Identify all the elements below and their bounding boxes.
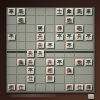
piece-tile[interactable]: 炮	[75, 59, 83, 66]
board-cell[interactable]	[84, 25, 94, 33]
board-cell[interactable]: 炮	[75, 58, 85, 66]
piece-tile[interactable]: 砲	[75, 25, 83, 32]
board-cell[interactable]: 車	[7, 8, 17, 16]
board-cell[interactable]: 兵	[75, 33, 85, 41]
board-cell[interactable]: 俥	[55, 25, 65, 33]
board-cell[interactable]	[26, 16, 36, 24]
board-cell[interactable]: 仕	[26, 75, 36, 83]
piece-tile[interactable]: 卒	[66, 34, 73, 41]
piece-tile[interactable]: 車	[85, 8, 92, 15]
piece-tile[interactable]: 俥	[56, 25, 63, 32]
piece-tile[interactable]: 卒	[85, 34, 92, 41]
board-cell[interactable]	[75, 50, 85, 58]
board-cell[interactable]	[65, 58, 75, 66]
board-cell[interactable]: 兵	[36, 50, 46, 58]
board-cell[interactable]	[26, 25, 36, 33]
piece-tile[interactable]: 卒	[56, 59, 63, 66]
board-cell[interactable]: 相	[46, 67, 56, 75]
board-cell[interactable]	[55, 42, 65, 50]
board-cell[interactable]: 車	[84, 8, 94, 16]
board-cell[interactable]	[17, 42, 27, 50]
piece-tile[interactable]: 炮	[66, 17, 73, 24]
piece-tile[interactable]: 兵	[75, 34, 83, 41]
piece-tile[interactable]: 兵	[37, 34, 44, 41]
board-cell[interactable]: 相	[7, 84, 17, 92]
board-cell[interactable]	[46, 50, 56, 58]
board-cell[interactable]	[84, 16, 94, 24]
board-cell[interactable]: 將	[36, 25, 46, 33]
board-cell[interactable]	[26, 8, 36, 16]
board-cell[interactable]	[26, 33, 36, 41]
board-cell[interactable]: 傌	[65, 67, 75, 75]
board-cell[interactable]	[36, 84, 46, 92]
piece-tile[interactable]: 將	[37, 25, 44, 32]
board-cell[interactable]	[17, 25, 27, 33]
board-cell[interactable]	[7, 67, 17, 75]
board-cell[interactable]: 兵	[36, 42, 46, 50]
piece-tile[interactable]: 車	[8, 8, 15, 15]
board-cell[interactable]: 俥	[84, 84, 94, 92]
table-photo: 車馬士象馬車砲炮將俥砲卒兵卒卒兵卒兵卒卒兵兵傌兵兵卒炮卒卒相傌仕帥相仕相仕俥	[0, 0, 100, 100]
board-cell[interactable]: 象	[65, 8, 75, 16]
board-cell[interactable]	[46, 16, 56, 24]
board-cell[interactable]	[36, 75, 46, 83]
piece-tile[interactable]: 砲	[17, 17, 24, 24]
board-cell[interactable]	[7, 50, 17, 58]
board-cell[interactable]: 兵	[26, 58, 36, 66]
board-cell[interactable]	[55, 50, 65, 58]
board-cell[interactable]: 卒	[65, 33, 75, 41]
board-cell[interactable]	[55, 67, 65, 75]
board-cell[interactable]: 相	[65, 84, 75, 92]
board-cell[interactable]	[7, 42, 17, 50]
board-cell[interactable]	[17, 67, 27, 75]
board-cell[interactable]	[7, 25, 17, 33]
board-cell[interactable]: 卒	[84, 58, 94, 66]
piece-tile[interactable]: 兵	[27, 59, 34, 66]
board-cell[interactable]	[36, 16, 46, 24]
piece-tile[interactable]: 卒	[27, 67, 34, 74]
piece-tile[interactable]: 卒	[46, 42, 53, 49]
board-cell[interactable]	[46, 25, 56, 33]
board-cell[interactable]	[26, 84, 36, 92]
board-cell[interactable]: 仕	[17, 84, 27, 92]
board-cell[interactable]: 士	[55, 8, 65, 16]
table-reflection	[10, 94, 56, 97]
piece-tile[interactable]: 仕	[17, 84, 24, 91]
board-cell[interactable]	[55, 16, 65, 24]
board-cell[interactable]	[55, 75, 65, 83]
piece-tile[interactable]: 兵	[46, 59, 53, 66]
piece-tile[interactable]: 卒	[66, 42, 73, 49]
board-cell[interactable]	[36, 8, 46, 16]
board-cell[interactable]	[46, 33, 56, 41]
board-cell[interactable]	[7, 16, 17, 24]
board-cell[interactable]	[55, 84, 65, 92]
piece-tile[interactable]: 仕	[75, 84, 83, 91]
board-cell[interactable]	[84, 42, 94, 50]
board-cell[interactable]: 兵	[36, 33, 46, 41]
board-cell[interactable]	[36, 58, 46, 66]
board-cell[interactable]	[65, 50, 75, 58]
xiangqi-board[interactable]: 車馬士象馬車砲炮將俥砲卒兵卒卒兵卒兵卒卒兵兵傌兵兵卒炮卒卒相傌仕帥相仕相仕俥	[6, 7, 95, 93]
board-cell[interactable]	[84, 50, 94, 58]
board-cell[interactable]	[65, 75, 75, 83]
board-cell[interactable]	[65, 25, 75, 33]
piece-tile[interactable]: 馬	[75, 8, 83, 15]
piece-tile[interactable]: 傌	[17, 59, 24, 66]
board-cell[interactable]: 仕	[75, 84, 85, 92]
board-cell[interactable]: 卒	[46, 42, 56, 50]
piece-tile[interactable]: 俥	[85, 84, 92, 91]
board-cell[interactable]: 兵	[46, 58, 56, 66]
piece-tile[interactable]: 相	[8, 84, 15, 91]
board-cell[interactable]	[84, 67, 94, 75]
board-cell[interactable]: 馬	[17, 8, 27, 16]
board-cell[interactable]	[26, 42, 36, 50]
piece-tile[interactable]: 卒	[85, 59, 92, 66]
board-cell[interactable]: 馬	[75, 8, 85, 16]
board-cell[interactable]	[84, 75, 94, 83]
board-cell[interactable]	[36, 67, 46, 75]
piece-tile[interactable]: 兵	[27, 50, 34, 57]
board-cell[interactable]: 卒	[26, 67, 36, 75]
board-cell[interactable]	[75, 16, 85, 24]
board-cell[interactable]: 卒	[84, 33, 94, 41]
board-cell[interactable]	[46, 84, 56, 92]
piece-tile[interactable]: 象	[66, 8, 73, 15]
piece-tile[interactable]: 相	[46, 67, 53, 74]
piece-tile[interactable]: 帥	[46, 76, 53, 83]
piece-tile[interactable]: 相	[66, 84, 73, 91]
board-cell[interactable]	[75, 75, 85, 83]
board-cell[interactable]: 兵	[26, 50, 36, 58]
board-cell[interactable]	[17, 75, 27, 83]
piece-tile[interactable]: 士	[56, 8, 63, 15]
board-cell[interactable]: 帥	[46, 75, 56, 83]
board-cell[interactable]	[17, 33, 27, 41]
piece-tile[interactable]: 兵	[37, 42, 44, 49]
piece-tile[interactable]: 卒	[56, 34, 63, 41]
board-cell[interactable]: 傌	[17, 58, 27, 66]
board-cell[interactable]	[7, 58, 17, 66]
board-cell[interactable]	[75, 42, 85, 50]
board-cell[interactable]: 卒	[55, 58, 65, 66]
board-cell[interactable]: 砲	[75, 25, 85, 33]
board-cell[interactable]: 卒	[7, 33, 17, 41]
piece-tile[interactable]: 兵	[37, 50, 44, 57]
offboard-piece	[88, 94, 94, 99]
board-cell[interactable]: 炮	[65, 16, 75, 24]
board-cell[interactable]	[17, 50, 27, 58]
board-cell[interactable]	[46, 8, 56, 16]
piece-tile[interactable]: 卒	[8, 34, 15, 41]
board-cell[interactable]: 砲	[17, 16, 27, 24]
piece-tile[interactable]: 仕	[27, 76, 34, 83]
piece-tile[interactable]: 馬	[17, 8, 24, 15]
board-cell[interactable]	[7, 75, 17, 83]
board-cell[interactable]	[75, 67, 85, 75]
board-cell[interactable]: 卒	[55, 33, 65, 41]
piece-tile[interactable]: 傌	[66, 67, 73, 74]
board-cell[interactable]: 卒	[65, 42, 75, 50]
